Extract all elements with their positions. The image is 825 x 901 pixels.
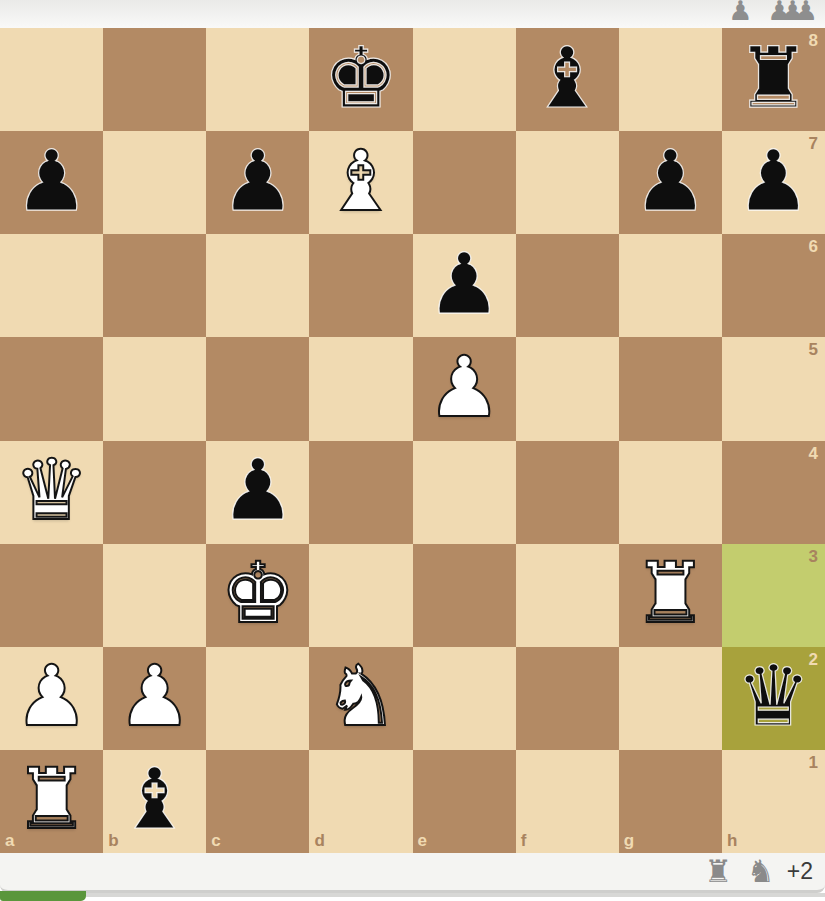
square-d1[interactable]: d <box>309 750 412 853</box>
square-a3[interactable] <box>0 544 103 647</box>
chess-board: ♚♝8♜♟♟♝♟7♟♟6♟5♛♟4♚♜3♟♟♞2♛a♜b♝cdefgh1 <box>0 28 825 853</box>
captured-rook-icon: ♜ <box>704 856 732 887</box>
square-a7[interactable]: ♟ <box>0 131 103 234</box>
square-b1[interactable]: b♝ <box>103 750 206 853</box>
captured-pawn-icon: ♟ <box>794 0 818 26</box>
square-g8[interactable] <box>619 28 722 131</box>
square-h7[interactable]: 7♟ <box>722 131 825 234</box>
square-a1[interactable]: a♜ <box>0 750 103 853</box>
piece-black-pawn[interactable]: ♟ <box>633 139 708 223</box>
captured-knight-icon: ♞ <box>747 856 775 887</box>
square-b2[interactable]: ♟ <box>103 647 206 750</box>
square-c3[interactable]: ♚ <box>206 544 309 647</box>
captured-pieces-top: ♟♟♟♟ <box>728 0 818 26</box>
square-g4[interactable] <box>619 441 722 544</box>
piece-white-pawn[interactable]: ♟ <box>117 654 192 738</box>
file-label-g: g <box>624 831 634 851</box>
file-label-f: f <box>521 831 527 851</box>
piece-white-pawn[interactable]: ♟ <box>14 654 89 738</box>
bottom-player-bar: ♜♞ +2 <box>0 853 825 893</box>
square-g1[interactable]: g <box>619 750 722 853</box>
rank-label-6: 6 <box>809 237 818 257</box>
square-g3[interactable]: ♜ <box>619 544 722 647</box>
square-b4[interactable] <box>103 441 206 544</box>
square-e7[interactable] <box>413 131 516 234</box>
rank-label-4: 4 <box>809 444 818 464</box>
captured-group: ♞ <box>747 856 775 887</box>
piece-black-king[interactable]: ♚ <box>323 36 398 120</box>
file-label-c: c <box>211 831 220 851</box>
square-e6[interactable]: ♟ <box>413 234 516 337</box>
square-b6[interactable] <box>103 234 206 337</box>
piece-black-pawn[interactable]: ♟ <box>426 242 501 326</box>
piece-white-rook[interactable]: ♜ <box>14 757 89 841</box>
square-f6[interactable] <box>516 234 619 337</box>
top-player-bar: ♟♟♟♟ <box>0 0 825 28</box>
piece-black-pawn[interactable]: ♟ <box>220 139 295 223</box>
piece-black-queen[interactable]: ♛ <box>736 654 811 738</box>
square-b3[interactable] <box>103 544 206 647</box>
file-label-h: h <box>727 831 737 851</box>
piece-white-bishop[interactable]: ♝ <box>323 139 398 223</box>
progress-indicator <box>0 891 86 901</box>
piece-black-pawn[interactable]: ♟ <box>736 139 811 223</box>
square-h6[interactable]: 6 <box>722 234 825 337</box>
piece-black-rook[interactable]: ♜ <box>736 36 811 120</box>
square-b8[interactable] <box>103 28 206 131</box>
piece-white-queen[interactable]: ♛ <box>14 448 89 532</box>
square-d5[interactable] <box>309 337 412 440</box>
square-b5[interactable] <box>103 337 206 440</box>
captured-pieces-bottom: ♜♞ <box>704 856 775 887</box>
captured-group: ♟ <box>728 0 752 26</box>
square-d6[interactable] <box>309 234 412 337</box>
square-c1[interactable]: c <box>206 750 309 853</box>
square-d7[interactable]: ♝ <box>309 131 412 234</box>
square-h2[interactable]: 2♛ <box>722 647 825 750</box>
piece-white-rook[interactable]: ♜ <box>633 551 708 635</box>
square-g6[interactable] <box>619 234 722 337</box>
file-label-e: e <box>418 831 427 851</box>
square-e4[interactable] <box>413 441 516 544</box>
square-b7[interactable] <box>103 131 206 234</box>
square-h8[interactable]: 8♜ <box>722 28 825 131</box>
rank-label-5: 5 <box>809 340 818 360</box>
square-d2[interactable]: ♞ <box>309 647 412 750</box>
piece-black-bishop[interactable]: ♝ <box>117 757 192 841</box>
file-label-d: d <box>314 831 324 851</box>
square-c4[interactable]: ♟ <box>206 441 309 544</box>
square-c5[interactable] <box>206 337 309 440</box>
rank-label-1: 1 <box>809 753 818 773</box>
piece-black-bishop[interactable]: ♝ <box>530 36 605 120</box>
square-f1[interactable]: f <box>516 750 619 853</box>
captured-group: ♜ <box>704 856 732 887</box>
square-a6[interactable] <box>0 234 103 337</box>
piece-white-king[interactable]: ♚ <box>220 551 295 635</box>
square-c6[interactable] <box>206 234 309 337</box>
piece-white-knight[interactable]: ♞ <box>323 654 398 738</box>
square-f8[interactable]: ♝ <box>516 28 619 131</box>
square-f5[interactable] <box>516 337 619 440</box>
square-g7[interactable]: ♟ <box>619 131 722 234</box>
square-h3[interactable]: 3 <box>722 544 825 647</box>
square-e1[interactable]: e <box>413 750 516 853</box>
captured-group: ♟♟♟ <box>767 0 818 26</box>
piece-black-pawn[interactable]: ♟ <box>220 448 295 532</box>
square-a5[interactable] <box>0 337 103 440</box>
square-f4[interactable] <box>516 441 619 544</box>
square-g2[interactable] <box>619 647 722 750</box>
square-d8[interactable]: ♚ <box>309 28 412 131</box>
square-f7[interactable] <box>516 131 619 234</box>
square-c2[interactable] <box>206 647 309 750</box>
piece-white-pawn[interactable]: ♟ <box>426 345 501 429</box>
square-a4[interactable]: ♛ <box>0 441 103 544</box>
square-c8[interactable] <box>206 28 309 131</box>
square-a8[interactable] <box>0 28 103 131</box>
square-h5[interactable]: 5 <box>722 337 825 440</box>
square-d4[interactable] <box>309 441 412 544</box>
piece-black-pawn[interactable]: ♟ <box>14 139 89 223</box>
square-f2[interactable] <box>516 647 619 750</box>
square-e8[interactable] <box>413 28 516 131</box>
progress-track <box>86 893 825 897</box>
square-f3[interactable] <box>516 544 619 647</box>
square-g5[interactable] <box>619 337 722 440</box>
square-c7[interactable]: ♟ <box>206 131 309 234</box>
captured-pawn-icon: ♟ <box>728 0 752 26</box>
material-advantage: +2 <box>787 858 813 885</box>
square-e5[interactable]: ♟ <box>413 337 516 440</box>
rank-label-3: 3 <box>809 547 818 567</box>
square-e2[interactable] <box>413 647 516 750</box>
square-h1[interactable]: h1 <box>722 750 825 853</box>
square-d3[interactable] <box>309 544 412 647</box>
square-h4[interactable]: 4 <box>722 441 825 544</box>
square-a2[interactable]: ♟ <box>0 647 103 750</box>
square-e3[interactable] <box>413 544 516 647</box>
